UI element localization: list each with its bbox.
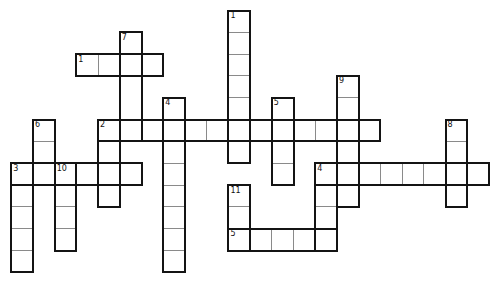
cell-r1-c5[interactable] bbox=[119, 32, 142, 55]
cell-r5-c1[interactable] bbox=[32, 119, 55, 142]
cell-r7-c2[interactable] bbox=[54, 163, 77, 186]
cell-r6-c12[interactable] bbox=[271, 141, 294, 164]
cell-r7-c17[interactable] bbox=[380, 163, 403, 186]
cell-r10-c10[interactable] bbox=[228, 228, 251, 251]
cell-r0-c10[interactable] bbox=[228, 10, 251, 33]
cell-r10-c7[interactable] bbox=[163, 228, 186, 251]
cell-r5-c16[interactable] bbox=[358, 119, 381, 142]
cell-r2-c6[interactable] bbox=[141, 54, 164, 77]
cell-r7-c5[interactable] bbox=[119, 163, 142, 186]
cell-r7-c15[interactable] bbox=[336, 163, 359, 186]
cell-r3-c10[interactable] bbox=[228, 75, 251, 98]
cell-r8-c15[interactable] bbox=[336, 185, 359, 208]
cell-r5-c6[interactable] bbox=[141, 119, 164, 142]
cell-r11-c7[interactable] bbox=[163, 250, 186, 273]
cell-r8-c20[interactable] bbox=[445, 185, 468, 208]
cell-r10-c11[interactable] bbox=[250, 228, 273, 251]
cell-r4-c10[interactable] bbox=[228, 97, 251, 120]
cell-r5-c12[interactable] bbox=[271, 119, 294, 142]
cell-r7-c19[interactable] bbox=[423, 163, 446, 186]
cell-r7-c18[interactable] bbox=[402, 163, 425, 186]
cell-r5-c4[interactable] bbox=[98, 119, 121, 142]
cell-r5-c14[interactable] bbox=[315, 119, 338, 142]
cell-r1-c10[interactable] bbox=[228, 32, 251, 55]
cell-r6-c15[interactable] bbox=[336, 141, 359, 164]
cell-r6-c7[interactable] bbox=[163, 141, 186, 164]
cell-r8-c0[interactable] bbox=[11, 185, 34, 208]
cell-r2-c5[interactable] bbox=[119, 54, 142, 77]
cell-r4-c12[interactable] bbox=[271, 97, 294, 120]
cell-r5-c5[interactable] bbox=[119, 119, 142, 142]
cell-r9-c10[interactable] bbox=[228, 206, 251, 229]
cell-r8-c10[interactable] bbox=[228, 185, 251, 208]
cell-r3-c15[interactable] bbox=[336, 75, 359, 98]
cell-r7-c3[interactable] bbox=[76, 163, 99, 186]
cell-r5-c7[interactable] bbox=[163, 119, 186, 142]
cell-r4-c7[interactable] bbox=[163, 97, 186, 120]
cell-r7-c12[interactable] bbox=[271, 163, 294, 186]
cell-r7-c4[interactable] bbox=[98, 163, 121, 186]
cell-r9-c14[interactable] bbox=[315, 206, 338, 229]
cell-r8-c2[interactable] bbox=[54, 185, 77, 208]
cell-r10-c2[interactable] bbox=[54, 228, 77, 251]
cell-r8-c7[interactable] bbox=[163, 185, 186, 208]
cell-r5-c10[interactable] bbox=[228, 119, 251, 142]
cell-r5-c9[interactable] bbox=[206, 119, 229, 142]
cell-r6-c1[interactable] bbox=[32, 141, 55, 164]
cell-r5-c13[interactable] bbox=[293, 119, 316, 142]
cell-r4-c15[interactable] bbox=[336, 97, 359, 120]
cell-r5-c15[interactable] bbox=[336, 119, 359, 142]
cell-r7-c21[interactable] bbox=[467, 163, 490, 186]
cell-r6-c10[interactable] bbox=[228, 141, 251, 164]
cell-r7-c7[interactable] bbox=[163, 163, 186, 186]
cell-r5-c20[interactable] bbox=[445, 119, 468, 142]
cell-r2-c4[interactable] bbox=[98, 54, 121, 77]
cell-r2-c10[interactable] bbox=[228, 54, 251, 77]
cell-r8-c14[interactable] bbox=[315, 185, 338, 208]
cell-r10-c14[interactable] bbox=[315, 228, 338, 251]
cell-r6-c20[interactable] bbox=[445, 141, 468, 164]
cell-r2-c3[interactable] bbox=[76, 54, 99, 77]
cell-r10-c13[interactable] bbox=[293, 228, 316, 251]
cell-r9-c0[interactable] bbox=[11, 206, 34, 229]
crossword-grid: 1719456283104115 bbox=[11, 10, 489, 272]
cell-r8-c4[interactable] bbox=[98, 185, 121, 208]
cell-r5-c8[interactable] bbox=[184, 119, 207, 142]
cell-r5-c11[interactable] bbox=[250, 119, 273, 142]
cell-r7-c14[interactable] bbox=[315, 163, 338, 186]
cell-r10-c0[interactable] bbox=[11, 228, 34, 251]
cell-r7-c16[interactable] bbox=[358, 163, 381, 186]
cell-r7-c20[interactable] bbox=[445, 163, 468, 186]
cell-r11-c0[interactable] bbox=[11, 250, 34, 273]
cell-r9-c7[interactable] bbox=[163, 206, 186, 229]
cell-r6-c4[interactable] bbox=[98, 141, 121, 164]
cell-r7-c0[interactable] bbox=[11, 163, 34, 186]
cell-r9-c2[interactable] bbox=[54, 206, 77, 229]
cell-r7-c1[interactable] bbox=[32, 163, 55, 186]
cell-r10-c12[interactable] bbox=[271, 228, 294, 251]
